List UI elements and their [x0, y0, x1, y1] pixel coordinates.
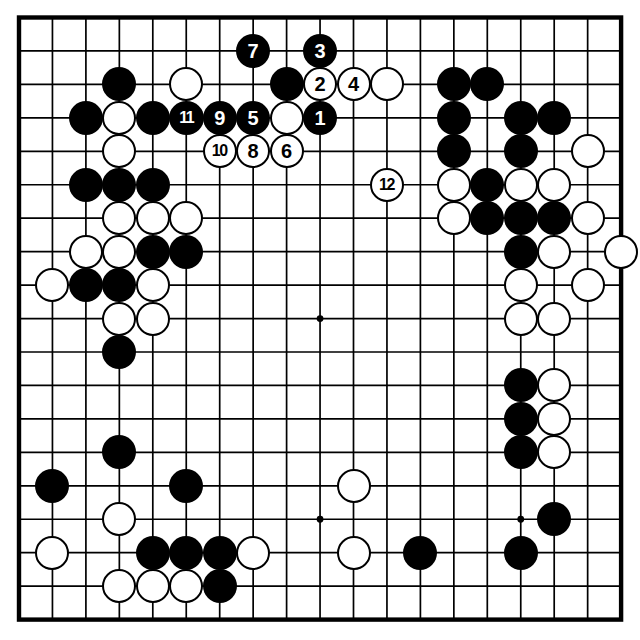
star-point	[317, 516, 324, 523]
star-point	[517, 516, 524, 523]
white-stone	[537, 402, 571, 436]
black-stone	[136, 101, 170, 135]
white-stone	[136, 569, 170, 603]
go-board: 732411951108612	[0, 0, 640, 640]
white-stone	[102, 101, 136, 135]
black-stone	[504, 201, 538, 235]
white-stone	[136, 201, 170, 235]
move-1-black-stone: 1	[303, 101, 337, 135]
black-stone	[102, 168, 136, 202]
white-stone	[337, 469, 371, 503]
white-stone	[69, 235, 103, 269]
go-diagram-page: 732411951108612	[0, 0, 640, 640]
move-9-black-stone: 9	[203, 101, 237, 135]
move-3-black-stone: 3	[303, 34, 337, 68]
black-stone	[504, 368, 538, 402]
black-stone	[136, 168, 170, 202]
black-stone	[270, 67, 304, 101]
black-stone	[504, 402, 538, 436]
move-5-black-stone: 5	[236, 101, 270, 135]
white-stone	[437, 201, 471, 235]
star-point	[317, 315, 324, 322]
move-6-white-stone: 6	[270, 134, 304, 168]
white-stone	[136, 302, 170, 336]
black-stone	[504, 101, 538, 135]
move-12-white-stone: 12	[370, 168, 404, 202]
black-stone	[169, 469, 203, 503]
white-stone	[102, 235, 136, 269]
black-stone	[470, 168, 504, 202]
black-stone	[504, 235, 538, 269]
move-4-white-stone: 4	[337, 67, 371, 101]
white-stone	[537, 302, 571, 336]
white-stone	[35, 536, 69, 570]
black-stone	[203, 536, 237, 570]
white-stone	[504, 302, 538, 336]
black-stone	[504, 536, 538, 570]
black-stone	[437, 134, 471, 168]
white-stone	[571, 134, 605, 168]
black-stone	[504, 435, 538, 469]
white-stone	[437, 168, 471, 202]
white-stone	[102, 302, 136, 336]
black-stone	[203, 569, 237, 603]
move-11-black-stone: 11	[169, 101, 204, 135]
black-stone	[537, 101, 571, 135]
white-stone	[504, 268, 538, 302]
white-stone	[571, 201, 605, 235]
black-stone	[69, 268, 103, 302]
black-stone	[437, 67, 471, 101]
white-stone	[604, 235, 638, 269]
black-stone	[403, 536, 437, 570]
black-stone	[136, 235, 170, 269]
black-stone	[504, 134, 538, 168]
black-stone	[437, 101, 471, 135]
white-stone	[504, 168, 538, 202]
black-stone	[69, 101, 103, 135]
black-stone	[35, 469, 69, 503]
white-stone	[537, 235, 571, 269]
white-stone	[270, 101, 304, 135]
black-stone	[169, 235, 203, 269]
white-stone	[236, 536, 270, 570]
white-stone	[537, 168, 571, 202]
black-stone	[136, 536, 170, 570]
white-stone	[136, 268, 170, 302]
move-10-white-stone: 10	[203, 134, 237, 168]
black-stone	[169, 536, 203, 570]
white-stone	[337, 536, 371, 570]
move-7-black-stone: 7	[236, 34, 270, 68]
white-stone	[571, 268, 605, 302]
black-stone	[69, 168, 103, 202]
